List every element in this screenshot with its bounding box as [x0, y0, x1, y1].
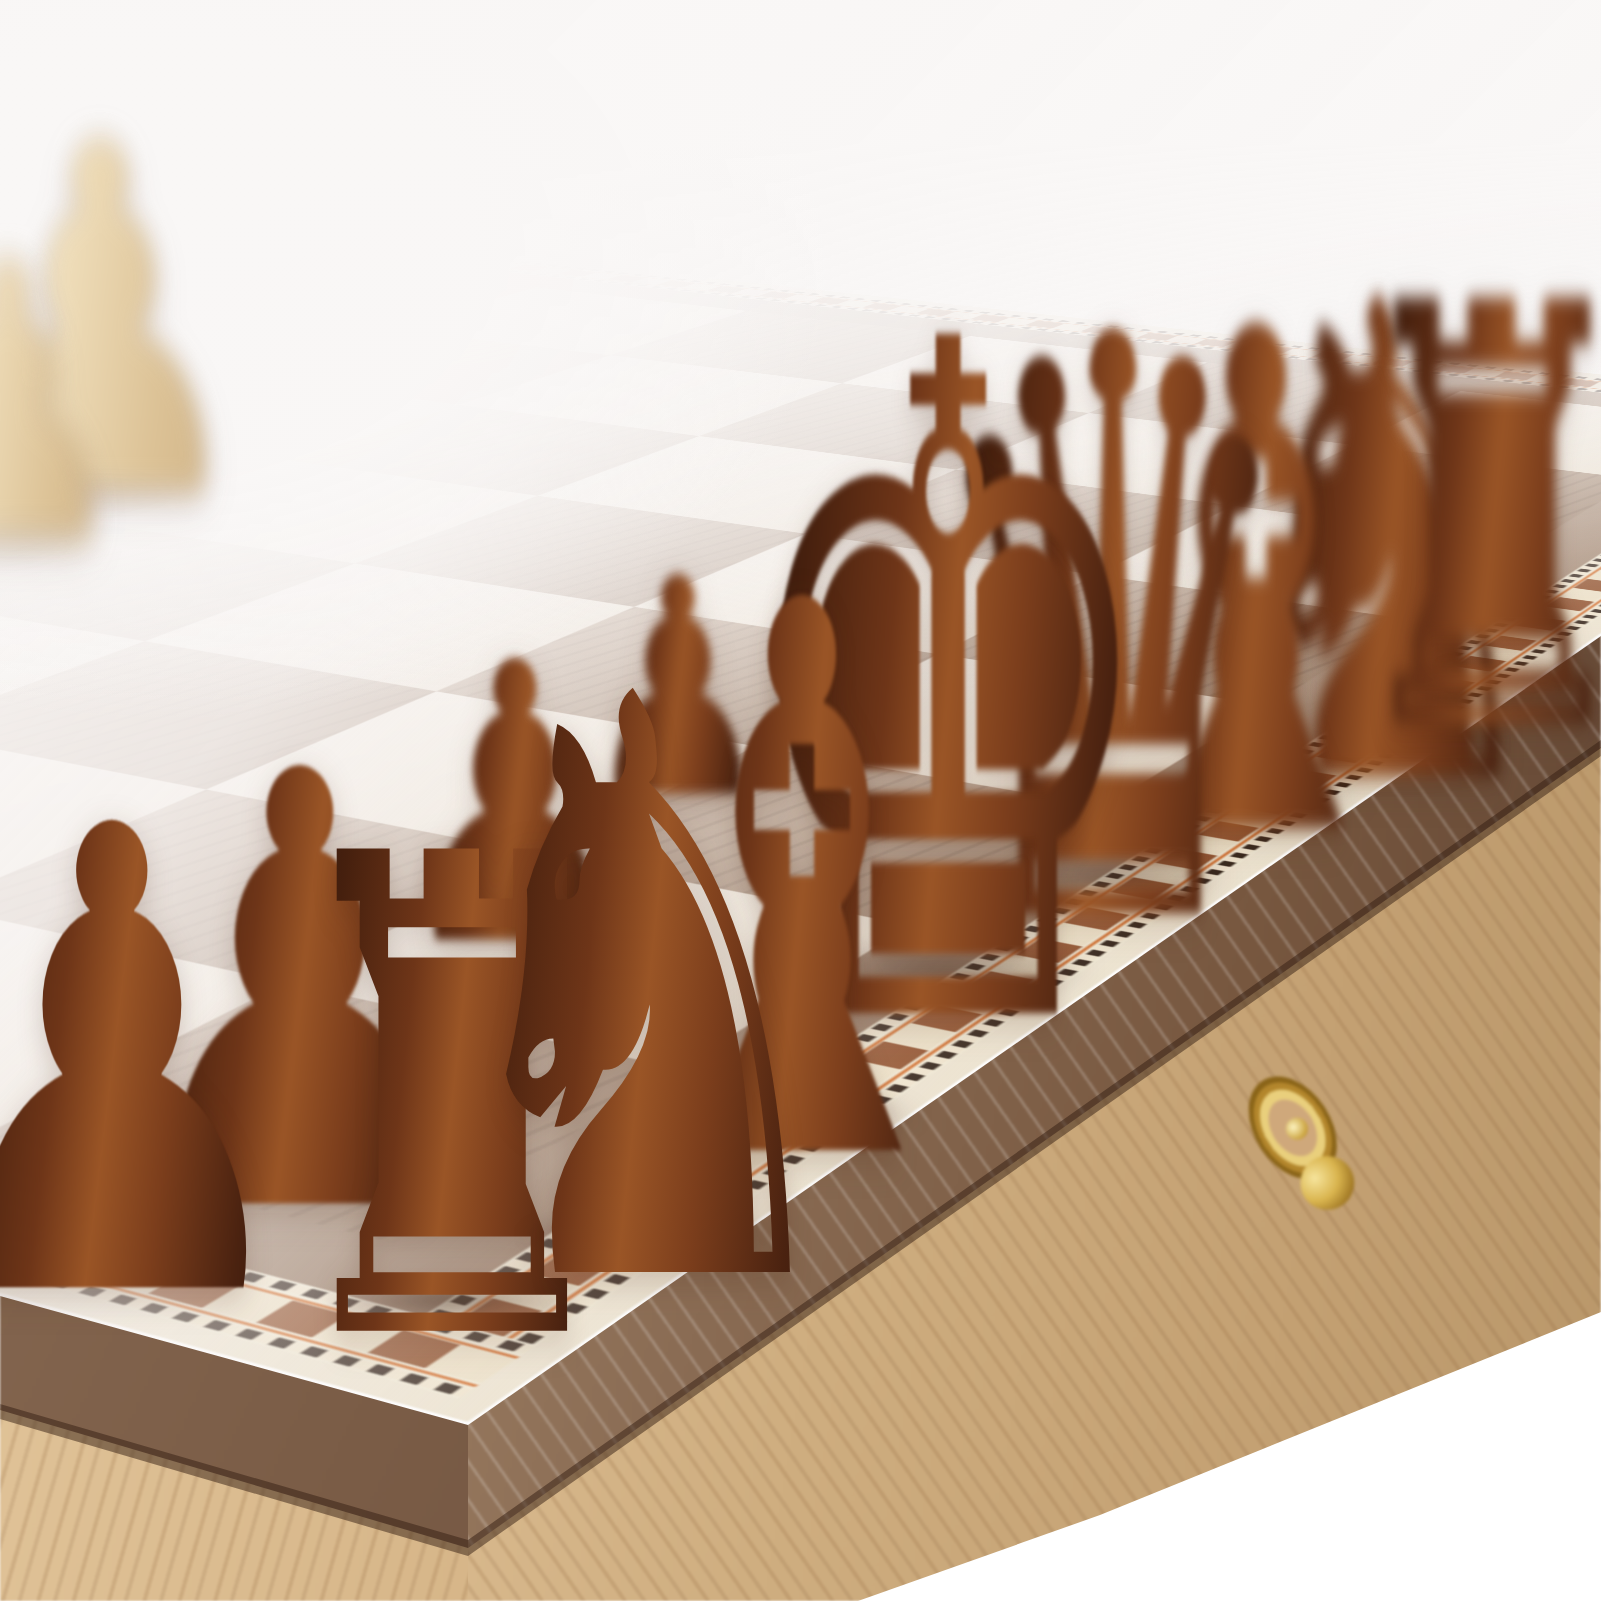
chess-set-photo: ♟♟♟♟♜♟♟♞♝♚♛♝♞♜: [0, 0, 1601, 1601]
